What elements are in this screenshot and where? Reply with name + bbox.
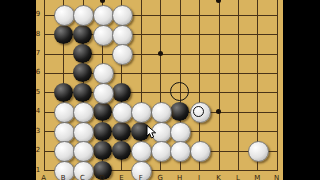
last-move-circle-marker: [193, 106, 204, 117]
black-stone: [112, 141, 131, 160]
hoshi-star-point: [158, 51, 163, 56]
white-stone: [73, 102, 94, 123]
white-stone: [93, 25, 114, 46]
white-stone: [112, 102, 133, 123]
white-stone: [151, 141, 172, 162]
hoshi-star-point: [100, 0, 105, 3]
white-stone: [112, 44, 133, 65]
column-coordinate-label: D: [97, 174, 107, 180]
column-coordinate-label: A: [39, 174, 49, 180]
white-stone: [93, 83, 114, 104]
black-stone: [54, 83, 73, 102]
black-stone: [73, 44, 92, 63]
row-coordinate-label: 2: [33, 147, 43, 154]
ko-point-circle-marker: [170, 82, 189, 101]
mouse-cursor-icon: [146, 124, 158, 143]
row-coordinate-label: 7: [33, 50, 43, 57]
black-stone: [112, 122, 131, 141]
white-stone: [112, 25, 133, 46]
column-coordinate-label: H: [175, 174, 185, 180]
grid-line-vertical: [277, 0, 278, 171]
black-stone: [73, 83, 92, 102]
go-app-window: 987654321ABCDEFGHJKLMN: [0, 0, 320, 180]
column-coordinate-label: J: [194, 174, 204, 180]
white-stone: [54, 122, 75, 143]
row-coordinate-label: 3: [33, 128, 43, 135]
white-stone: [190, 141, 211, 162]
hoshi-star-point: [216, 0, 221, 3]
row-coordinate-label: 9: [33, 11, 43, 18]
black-stone: [93, 102, 112, 121]
column-coordinate-label: N: [272, 174, 282, 180]
black-stone: [54, 25, 73, 44]
column-coordinate-label: M: [252, 174, 262, 180]
black-stone: [93, 122, 112, 141]
go-board[interactable]: [36, 0, 283, 180]
letterbox-left: [0, 0, 36, 180]
white-stone: [54, 141, 75, 162]
column-coordinate-label: B: [58, 174, 68, 180]
column-coordinate-label: E: [116, 174, 126, 180]
black-stone: [93, 141, 112, 160]
row-coordinate-label: 6: [33, 69, 43, 76]
white-stone: [112, 5, 133, 26]
column-coordinate-label: L: [233, 174, 243, 180]
column-coordinate-label: G: [155, 174, 165, 180]
column-coordinate-label: F: [136, 174, 146, 180]
white-stone: [73, 5, 94, 26]
grid-line-vertical: [219, 0, 220, 171]
black-stone: [112, 83, 131, 102]
white-stone: [151, 102, 172, 123]
white-stone: [93, 5, 114, 26]
white-stone: [73, 141, 94, 162]
row-coordinate-label: 1: [33, 167, 43, 174]
row-coordinate-label: 5: [33, 89, 43, 96]
black-stone: [73, 63, 92, 82]
grid-line-vertical: [238, 0, 239, 171]
white-stone: [131, 141, 152, 162]
white-stone: [170, 122, 191, 143]
white-stone: [54, 5, 75, 26]
white-stone: [93, 63, 114, 84]
black-stone: [170, 102, 189, 121]
row-coordinate-label: 4: [33, 108, 43, 115]
white-stone: [248, 141, 269, 162]
column-coordinate-label: C: [78, 174, 88, 180]
row-coordinate-label: 8: [33, 31, 43, 38]
white-stone: [170, 141, 191, 162]
grid-line-vertical: [44, 0, 45, 171]
hoshi-star-point: [216, 109, 221, 114]
black-stone: [73, 25, 92, 44]
letterbox-right: [283, 0, 320, 180]
white-stone: [73, 122, 94, 143]
white-stone: [54, 102, 75, 123]
column-coordinate-label: K: [214, 174, 224, 180]
white-stone: [131, 102, 152, 123]
